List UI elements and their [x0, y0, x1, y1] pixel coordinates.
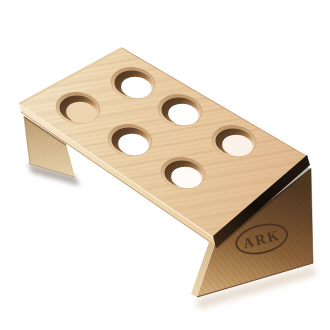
wooden-rack-illustration: ARK: [0, 0, 330, 330]
product-photo: ARK: [0, 0, 330, 330]
